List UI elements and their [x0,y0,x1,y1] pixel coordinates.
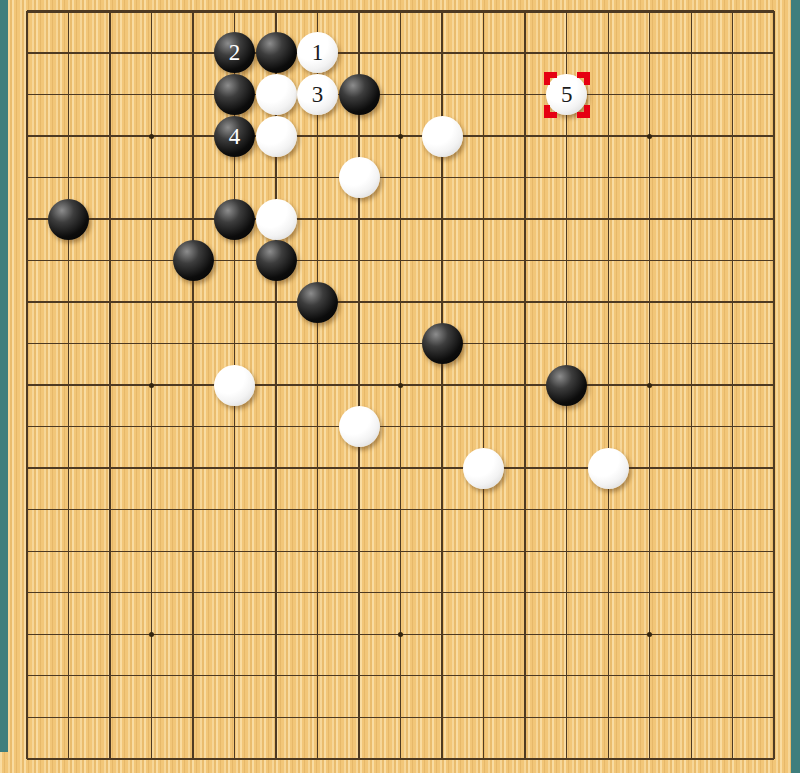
board-point[interactable] [380,0,422,32]
board-point[interactable] [753,115,795,157]
board-point[interactable] [753,655,795,697]
board-point[interactable] [380,655,422,697]
board-point[interactable] [297,281,339,323]
board-point[interactable] [48,32,90,74]
board-point[interactable] [463,281,505,323]
board-point[interactable] [172,489,214,531]
board-point[interactable] [629,655,671,697]
board-point[interactable] [753,157,795,199]
board-point[interactable] [670,613,712,655]
board-point[interactable]: 2 [214,32,256,74]
board-point[interactable] [753,0,795,32]
board-point[interactable] [297,157,339,199]
board-point[interactable] [463,447,505,489]
board-point[interactable] [89,364,131,406]
board-point[interactable] [6,696,48,738]
board-point[interactable] [89,74,131,116]
board-point[interactable] [629,240,671,282]
board-point[interactable] [48,74,90,116]
board-point[interactable] [338,572,380,614]
board-point[interactable] [338,74,380,116]
board-point[interactable] [297,738,339,773]
board-point[interactable] [6,572,48,614]
board-point[interactable] [172,738,214,773]
board-point[interactable] [753,281,795,323]
board-point[interactable] [338,655,380,697]
board-point[interactable] [255,198,297,240]
board-point[interactable] [463,489,505,531]
board-point[interactable] [89,572,131,614]
board-point[interactable] [255,32,297,74]
board-point[interactable] [338,115,380,157]
board-point[interactable] [48,323,90,365]
board-point[interactable] [670,32,712,74]
board-point[interactable] [629,489,671,531]
board-point[interactable] [338,198,380,240]
board-point[interactable] [546,447,588,489]
board-point[interactable] [338,281,380,323]
board-point[interactable] [421,489,463,531]
board-point[interactable] [131,0,173,32]
board-point[interactable] [89,530,131,572]
board-point[interactable] [670,115,712,157]
board-point[interactable] [255,240,297,282]
board-point[interactable] [421,281,463,323]
board-point[interactable] [338,240,380,282]
board-point[interactable] [463,530,505,572]
board-point[interactable] [629,198,671,240]
board-point[interactable] [504,240,546,282]
board-point[interactable] [89,281,131,323]
board-point[interactable]: 4 [214,115,256,157]
board-point[interactable] [131,572,173,614]
board-point[interactable] [214,364,256,406]
board-point[interactable] [131,157,173,199]
board-point[interactable] [214,406,256,448]
board-point[interactable] [6,530,48,572]
board-point[interactable] [421,655,463,697]
board-point[interactable] [297,530,339,572]
board-point[interactable] [255,281,297,323]
board-point[interactable] [6,74,48,116]
board-point[interactable] [6,240,48,282]
board-point[interactable] [131,406,173,448]
board-point[interactable] [297,240,339,282]
board-point[interactable] [89,157,131,199]
board-point[interactable] [131,281,173,323]
board-point[interactable] [48,157,90,199]
board-point[interactable] [131,530,173,572]
board-point[interactable] [629,281,671,323]
board-point[interactable] [48,406,90,448]
board-point[interactable] [6,447,48,489]
board-point[interactable] [6,364,48,406]
board-point[interactable] [504,0,546,32]
board-point[interactable] [670,696,712,738]
board-point[interactable] [546,0,588,32]
board-point[interactable] [629,157,671,199]
board-point[interactable] [255,74,297,116]
board-point[interactable] [89,240,131,282]
board-point[interactable] [546,281,588,323]
board-point[interactable] [504,115,546,157]
board-point[interactable] [670,530,712,572]
board-point[interactable] [587,738,629,773]
board-point[interactable] [504,364,546,406]
board-point[interactable] [380,281,422,323]
board-point[interactable] [297,323,339,365]
board-point[interactable] [463,738,505,773]
board-point[interactable] [421,406,463,448]
board-point[interactable] [172,364,214,406]
board-point[interactable] [380,74,422,116]
board-point[interactable] [670,198,712,240]
board-point[interactable] [546,32,588,74]
board-point[interactable] [421,0,463,32]
board-point[interactable] [587,32,629,74]
board-point[interactable] [6,655,48,697]
board-point[interactable] [297,198,339,240]
board-point[interactable] [255,364,297,406]
board-point[interactable] [48,198,90,240]
board-point[interactable] [131,655,173,697]
board-point[interactable] [172,198,214,240]
board-point[interactable] [712,0,754,32]
board-point[interactable] [753,364,795,406]
board-point[interactable] [172,613,214,655]
board-point[interactable] [712,738,754,773]
board-point[interactable] [463,323,505,365]
board-point[interactable] [546,240,588,282]
board-point[interactable] [670,323,712,365]
board-point[interactable] [48,489,90,531]
board-point[interactable] [6,323,48,365]
board-point[interactable] [380,240,422,282]
board-point[interactable] [48,364,90,406]
board-point[interactable] [297,0,339,32]
board-point[interactable] [546,115,588,157]
board-point[interactable] [546,406,588,448]
board-point[interactable] [89,32,131,74]
board-point[interactable] [753,323,795,365]
board-point[interactable] [629,0,671,32]
board-point[interactable] [338,32,380,74]
board-point[interactable] [504,613,546,655]
board-point[interactable] [670,447,712,489]
board-point[interactable] [421,32,463,74]
board-point[interactable] [712,406,754,448]
board-point[interactable] [255,323,297,365]
board-point[interactable] [380,738,422,773]
board-point[interactable] [255,115,297,157]
board-point[interactable] [338,530,380,572]
board-point[interactable] [6,281,48,323]
board-point[interactable] [504,281,546,323]
board-point[interactable] [421,613,463,655]
board-point[interactable] [380,32,422,74]
board-point[interactable] [214,613,256,655]
board-point[interactable] [89,655,131,697]
board-point[interactable] [255,572,297,614]
board-point[interactable] [89,696,131,738]
board-point[interactable] [131,115,173,157]
board-point[interactable] [629,406,671,448]
board-point[interactable]: 3 [297,74,339,116]
board-point[interactable] [504,572,546,614]
board-point[interactable] [214,323,256,365]
board-point[interactable] [504,738,546,773]
board-point[interactable] [338,157,380,199]
board-point[interactable] [463,74,505,116]
board-point[interactable] [421,240,463,282]
board-point[interactable] [6,157,48,199]
board-point[interactable] [587,157,629,199]
board-point[interactable] [89,613,131,655]
board-point[interactable] [629,32,671,74]
board-point[interactable] [712,240,754,282]
board-point[interactable] [629,115,671,157]
board-point[interactable] [670,655,712,697]
board-point[interactable] [89,489,131,531]
board-point[interactable] [670,364,712,406]
board-point[interactable] [587,74,629,116]
board-point[interactable] [629,572,671,614]
board-point[interactable] [504,406,546,448]
board-point[interactable] [89,115,131,157]
board-point[interactable] [297,115,339,157]
board-point[interactable] [546,572,588,614]
board-point[interactable] [421,157,463,199]
board-point[interactable] [380,489,422,531]
board-point[interactable] [587,655,629,697]
board-point[interactable] [214,240,256,282]
board-point[interactable] [587,281,629,323]
board-point[interactable] [504,323,546,365]
board-point[interactable] [670,738,712,773]
board-point[interactable] [172,32,214,74]
board-point[interactable] [338,738,380,773]
board-point[interactable] [421,530,463,572]
board-point[interactable] [629,696,671,738]
board-point[interactable] [380,157,422,199]
board-point[interactable] [338,406,380,448]
board-point[interactable] [255,738,297,773]
board-point[interactable] [587,613,629,655]
board-point[interactable] [214,530,256,572]
board-point[interactable] [48,530,90,572]
board-point[interactable] [753,530,795,572]
board-point[interactable] [89,323,131,365]
board-point[interactable] [48,572,90,614]
board-point[interactable] [255,696,297,738]
board-point[interactable] [587,198,629,240]
board-point[interactable] [338,696,380,738]
board-point[interactable] [214,198,256,240]
board-point[interactable] [587,530,629,572]
board-point[interactable] [463,115,505,157]
board-point[interactable] [255,530,297,572]
board-point[interactable] [463,157,505,199]
board-point[interactable] [6,32,48,74]
board-point[interactable] [463,655,505,697]
board-point[interactable] [172,530,214,572]
board-point[interactable] [712,323,754,365]
board-point[interactable] [753,572,795,614]
board-point[interactable] [629,738,671,773]
board-point[interactable] [753,738,795,773]
board-point[interactable] [463,696,505,738]
board-point[interactable] [504,198,546,240]
board-point[interactable] [587,115,629,157]
board-point[interactable] [6,0,48,32]
board-point[interactable] [214,0,256,32]
board-point[interactable] [753,489,795,531]
board-point[interactable] [670,0,712,32]
board-point[interactable] [338,323,380,365]
board-point[interactable] [504,74,546,116]
board-point[interactable] [380,530,422,572]
board-point[interactable] [463,613,505,655]
board-point[interactable] [712,74,754,116]
board-point[interactable] [712,198,754,240]
board-point[interactable] [131,447,173,489]
board-point[interactable] [546,364,588,406]
board-point[interactable] [753,406,795,448]
board-point[interactable] [255,655,297,697]
board-point[interactable] [214,489,256,531]
board-point[interactable] [421,115,463,157]
board-point[interactable] [89,738,131,773]
board-point[interactable] [546,696,588,738]
board-point[interactable] [380,198,422,240]
board-point[interactable] [421,364,463,406]
board-point[interactable] [712,613,754,655]
board-point[interactable] [255,406,297,448]
board-point[interactable] [172,323,214,365]
board-point[interactable] [48,696,90,738]
board-point[interactable] [48,0,90,32]
board-point[interactable] [338,489,380,531]
board-point[interactable] [670,406,712,448]
board-point[interactable] [421,447,463,489]
board-point[interactable] [89,406,131,448]
board-point[interactable] [131,738,173,773]
board-point[interactable] [546,655,588,697]
board-point[interactable] [421,738,463,773]
board-point[interactable] [670,240,712,282]
board-point[interactable] [504,157,546,199]
board-point[interactable] [172,157,214,199]
board-point[interactable] [463,406,505,448]
board-point[interactable] [629,74,671,116]
board-point[interactable] [587,406,629,448]
board-point[interactable] [89,0,131,32]
board-point[interactable] [463,32,505,74]
board-point[interactable] [463,572,505,614]
board-point[interactable] [712,157,754,199]
board-point[interactable] [504,696,546,738]
board-point[interactable] [712,364,754,406]
board-point[interactable] [380,572,422,614]
board-point[interactable] [172,447,214,489]
board-point[interactable] [463,240,505,282]
board-point[interactable] [546,323,588,365]
board-point[interactable] [297,489,339,531]
board-point[interactable] [172,281,214,323]
board-point[interactable] [172,240,214,282]
board-point[interactable] [546,738,588,773]
board-point[interactable] [131,240,173,282]
board-point[interactable] [712,447,754,489]
board-point[interactable] [214,281,256,323]
board-point[interactable] [753,696,795,738]
board-point[interactable] [546,613,588,655]
board-point[interactable] [421,74,463,116]
board-point[interactable] [214,74,256,116]
board-point[interactable] [172,406,214,448]
board-point[interactable] [297,696,339,738]
board-point[interactable] [546,157,588,199]
board-point[interactable] [131,489,173,531]
board-point[interactable] [338,0,380,32]
board-point[interactable] [753,613,795,655]
board-point[interactable] [131,198,173,240]
board-point[interactable] [504,32,546,74]
board-point[interactable] [380,447,422,489]
board-point[interactable] [89,447,131,489]
board-point[interactable] [380,406,422,448]
board-point[interactable] [463,364,505,406]
board-point[interactable] [587,447,629,489]
board-point[interactable] [712,281,754,323]
board-point[interactable] [89,198,131,240]
board-point[interactable] [131,323,173,365]
board-point[interactable] [629,364,671,406]
board-point[interactable] [131,613,173,655]
board-point[interactable] [214,655,256,697]
board-point[interactable] [712,655,754,697]
board-point[interactable] [587,0,629,32]
board-point[interactable] [338,447,380,489]
board-point[interactable] [48,447,90,489]
board-point[interactable] [753,74,795,116]
board-point[interactable] [546,198,588,240]
board-point[interactable] [629,530,671,572]
board-point[interactable] [670,572,712,614]
board-point[interactable] [587,572,629,614]
board-point[interactable] [214,447,256,489]
board-point[interactable]: 5 [546,74,588,116]
board-point[interactable] [297,613,339,655]
board-point[interactable] [338,613,380,655]
board-point[interactable] [504,655,546,697]
board-point[interactable] [670,74,712,116]
board-point[interactable] [297,447,339,489]
board-point[interactable] [670,489,712,531]
board-point[interactable] [712,489,754,531]
board-point[interactable] [297,406,339,448]
board-point[interactable] [214,738,256,773]
board-point[interactable] [48,115,90,157]
board-point[interactable] [629,447,671,489]
board-point[interactable] [712,530,754,572]
board-point[interactable] [131,74,173,116]
board-point[interactable] [587,240,629,282]
board-point[interactable] [421,696,463,738]
board-point[interactable]: 1 [297,32,339,74]
board-point[interactable] [421,572,463,614]
board-point[interactable] [712,32,754,74]
